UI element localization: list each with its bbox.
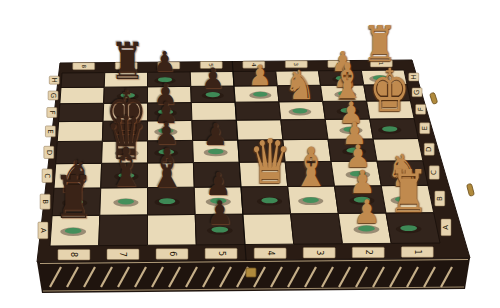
back-rank-label-6: 6: [166, 64, 172, 68]
front-rank-label-6: 6: [168, 251, 177, 256]
square-c1: [377, 161, 428, 186]
felt-base: [261, 198, 277, 204]
felt-base: [354, 197, 370, 203]
front-rank-label-7: 7: [118, 252, 127, 257]
right-file-label-E: E: [421, 126, 429, 130]
left-file-label-A: A: [39, 228, 47, 233]
square-d3: [283, 139, 331, 162]
square-c6: [148, 163, 195, 188]
square-a6: [148, 214, 197, 245]
square-c3: [285, 161, 334, 186]
felt-base: [382, 126, 397, 131]
front-rank-label-5: 5: [217, 251, 226, 256]
back-rank-label-2: 2: [336, 62, 342, 66]
square-h4: [233, 71, 277, 86]
square-f1: [367, 101, 415, 119]
square-f5: [191, 102, 236, 120]
front-rank-label-3: 3: [315, 250, 324, 255]
square-h3: [276, 71, 321, 86]
felt-base: [346, 148, 362, 154]
square-e8: [57, 121, 103, 141]
square-c5: [193, 162, 241, 187]
left-file-label-C: C: [43, 173, 51, 178]
square-e5: [192, 120, 238, 140]
square-h5: [190, 72, 234, 87]
square-f7: [103, 103, 147, 121]
square-f8: [59, 103, 104, 121]
felt-base: [208, 149, 224, 155]
square-a3: [291, 213, 343, 244]
right-file-label-F: F: [417, 107, 425, 111]
felt-base: [338, 91, 353, 96]
felt-base: [358, 226, 375, 232]
felt-base: [118, 199, 134, 205]
left-file-label-E: E: [46, 129, 54, 133]
felt-base: [118, 173, 134, 179]
felt-base: [65, 228, 82, 234]
square-d4: [238, 140, 285, 163]
square-c8: [54, 163, 102, 188]
clasp-upper: [430, 92, 438, 104]
back-rank-label-7: 7: [123, 64, 129, 68]
square-e7: [102, 121, 147, 141]
felt-base: [253, 92, 268, 97]
square-d8: [56, 141, 103, 164]
front-rank-label-1: 1: [413, 249, 422, 254]
square-d1: [373, 139, 423, 162]
right-file-label-D: D: [425, 147, 433, 152]
felt-base: [158, 149, 174, 155]
felt-base: [158, 109, 173, 114]
back-rank-label-5: 5: [208, 63, 214, 67]
square-g3: [277, 85, 322, 102]
felt-base: [341, 108, 356, 113]
back-rank-label-1: 1: [378, 62, 384, 66]
left-file-label-F: F: [48, 110, 56, 114]
square-g8: [60, 87, 104, 104]
chess-board: 8877665544332211AABBCCDDEEFFGGHH: [0, 0, 500, 308]
front-rank-label-8: 8: [69, 252, 78, 257]
felt-base: [395, 196, 411, 202]
felt-base: [303, 197, 319, 203]
left-file-label-D: D: [45, 150, 53, 155]
square-a7: [99, 215, 148, 246]
right-file-label-G: G: [413, 90, 421, 95]
left-file-label-H: H: [50, 78, 58, 83]
felt-base: [158, 77, 172, 82]
chess-set-product-photo: 8877665544332211AABBCCDDEEFFGGHH ♟♟♜♜♟♟♟…: [0, 0, 500, 308]
square-e4: [236, 120, 283, 140]
felt-base: [292, 108, 307, 113]
felt-base: [210, 198, 226, 204]
felt-base: [211, 227, 228, 233]
square-g6: [148, 86, 192, 103]
square-h8: [61, 73, 105, 88]
right-file-label-B: B: [436, 196, 444, 201]
back-rank-label-4: 4: [251, 63, 257, 67]
front-rank-label-2: 2: [364, 250, 373, 255]
square-h7: [104, 72, 147, 87]
square-g1: [364, 85, 411, 102]
right-file-label-A: A: [442, 225, 450, 230]
felt-base: [66, 199, 82, 205]
felt-base: [119, 149, 135, 155]
felt-base: [206, 92, 221, 97]
felt-base: [336, 76, 350, 81]
felt-base: [373, 75, 387, 80]
left-file-label-G: G: [49, 93, 57, 98]
front-hinge: [246, 268, 256, 277]
left-file-label-B: B: [41, 199, 49, 204]
felt-base: [159, 198, 175, 204]
right-file-label-H: H: [410, 74, 418, 79]
felt-base: [400, 225, 417, 231]
square-f4: [235, 102, 281, 120]
back-rank-label-3: 3: [293, 63, 299, 67]
back-rank-label-8: 8: [81, 64, 87, 68]
square-a4: [243, 214, 294, 245]
felt-base: [343, 127, 358, 132]
felt-base: [350, 171, 366, 177]
felt-base: [158, 128, 173, 133]
felt-base: [120, 93, 135, 98]
square-c4: [239, 162, 287, 187]
square-e3: [281, 119, 328, 139]
right-file-label-C: C: [430, 170, 438, 175]
front-rank-label-4: 4: [266, 251, 275, 256]
clasp-lower: [467, 183, 475, 196]
